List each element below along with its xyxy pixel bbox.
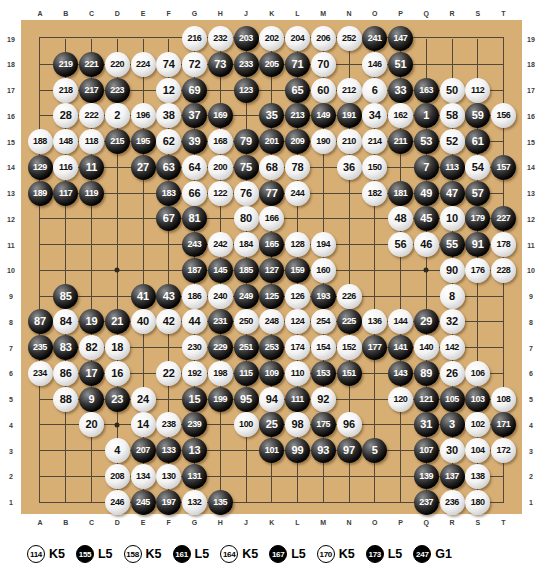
stone-black-21: 21 — [105, 309, 130, 334]
stone-white-52: 52 — [440, 129, 465, 154]
row-label-right: 6 — [529, 370, 533, 377]
stone-white-182: 182 — [362, 181, 387, 206]
stone-move-number: 19 — [85, 316, 97, 327]
stone-move-number: 115 — [239, 369, 252, 378]
stone-move-number: 154 — [316, 343, 330, 352]
caption-stone-black-173: 173 — [366, 545, 384, 563]
caption-stone-white-170: 170 — [317, 545, 335, 563]
column-label-bottom: F — [167, 519, 171, 526]
stone-move-number: 212 — [342, 86, 356, 95]
stone-white-100: 100 — [234, 412, 259, 437]
stone-move-number: 234 — [33, 369, 47, 378]
caption-point-label: G1 — [435, 547, 452, 561]
stone-move-number: 58 — [446, 110, 458, 121]
stone-move-number: 46 — [420, 239, 432, 250]
stone-black-251: 251 — [234, 335, 259, 360]
stone-white-128: 128 — [285, 232, 310, 257]
stone-black-197: 197 — [156, 490, 181, 515]
stone-move-number: 193 — [316, 292, 330, 301]
stone-white-178: 178 — [491, 232, 516, 257]
stone-move-number: 44 — [188, 316, 200, 327]
row-label-right: 14 — [527, 164, 535, 171]
column-label-top: H — [218, 10, 223, 17]
stone-move-number: 34 — [369, 110, 381, 121]
stone-black-11: 11 — [79, 155, 104, 180]
stone-white-194: 194 — [311, 232, 336, 257]
row-label-right: 1 — [529, 499, 533, 506]
stone-move-number: 99 — [291, 445, 303, 456]
stone-move-number: 187 — [188, 266, 202, 275]
stone-move-number: 3 — [449, 419, 455, 430]
stone-black-45: 45 — [414, 206, 439, 231]
stone-white-208: 208 — [105, 464, 130, 489]
stone-move-number: 206 — [316, 34, 330, 43]
stone-move-number: 27 — [137, 162, 149, 173]
stone-white-254: 254 — [311, 309, 336, 334]
column-label-bottom: M — [320, 519, 326, 526]
stone-move-number: 246 — [110, 498, 124, 507]
column-label-top: T — [501, 10, 505, 17]
stone-move-number: 125 — [265, 292, 279, 301]
stone-white-76: 76 — [234, 181, 259, 206]
row-label-left: 1 — [9, 499, 13, 506]
stone-black-219: 219 — [53, 52, 78, 77]
stone-move-number: 94 — [266, 394, 278, 405]
stone-move-number: 122 — [213, 189, 227, 198]
stone-white-180: 180 — [465, 490, 490, 515]
stone-move-number: 68 — [266, 162, 278, 173]
stone-move-number: 199 — [213, 395, 227, 404]
stone-move-number: 253 — [265, 343, 279, 352]
caption-point-label: K5 — [146, 547, 162, 561]
row-label-left: 11 — [7, 241, 14, 248]
stone-white-188: 188 — [28, 129, 53, 154]
stone-move-number: 20 — [85, 419, 97, 430]
stone-move-number: 242 — [213, 240, 227, 249]
stone-move-number: 215 — [110, 137, 124, 146]
stone-black-65: 65 — [285, 78, 310, 103]
stone-white-96: 96 — [337, 412, 362, 437]
stone-move-number: 141 — [394, 343, 408, 352]
stone-move-number: 121 — [419, 395, 433, 404]
column-label-bottom: C — [89, 519, 94, 526]
stone-white-184: 184 — [234, 232, 259, 257]
stone-move-number: 201 — [265, 137, 279, 146]
row-label-left: 8 — [9, 318, 13, 325]
stone-white-140: 140 — [414, 335, 439, 360]
column-label-bottom: L — [295, 519, 299, 526]
stone-black-69: 69 — [182, 78, 207, 103]
stone-black-9: 9 — [79, 387, 104, 412]
stone-move-number: 241 — [368, 34, 382, 43]
stone-white-36: 36 — [337, 155, 362, 180]
stone-move-number: 13 — [188, 445, 200, 456]
column-label-top: K — [269, 10, 274, 17]
ko-caption-entry: 155L5 — [76, 545, 113, 563]
stone-move-number: 216 — [188, 34, 202, 43]
stone-white-70: 70 — [311, 52, 336, 77]
stone-move-number: 239 — [188, 420, 202, 429]
stone-black-183: 183 — [156, 181, 181, 206]
stone-black-85: 85 — [53, 284, 78, 309]
stone-move-number: 159 — [291, 266, 305, 275]
row-label-right: 8 — [529, 318, 533, 325]
stone-move-number: 52 — [446, 136, 458, 147]
stone-white-146: 146 — [362, 52, 387, 77]
stone-black-147: 147 — [388, 26, 413, 51]
stone-move-number: 235 — [33, 343, 47, 352]
stone-move-number: 174 — [291, 343, 305, 352]
stone-move-number: 101 — [265, 446, 279, 455]
stone-move-number: 25 — [266, 419, 278, 430]
stone-white-74: 74 — [156, 52, 181, 77]
stone-white-198: 198 — [208, 361, 233, 386]
stone-move-number: 111 — [291, 395, 304, 404]
stone-white-6: 6 — [362, 78, 387, 103]
stone-white-240: 240 — [208, 284, 233, 309]
stone-white-12: 12 — [156, 78, 181, 103]
stone-white-24: 24 — [131, 387, 156, 412]
stone-move-number: 236 — [445, 498, 459, 507]
stone-white-172: 172 — [491, 438, 516, 463]
stone-white-168: 168 — [208, 129, 233, 154]
stone-white-108: 108 — [491, 387, 516, 412]
row-label-right: 9 — [529, 293, 533, 300]
stone-white-142: 142 — [440, 335, 465, 360]
stone-black-187: 187 — [182, 258, 207, 283]
stone-black-149: 149 — [311, 103, 336, 128]
stone-black-47: 47 — [440, 181, 465, 206]
stone-move-number: 210 — [342, 137, 356, 146]
stone-black-203: 203 — [234, 26, 259, 51]
column-label-bottom: K — [269, 519, 274, 526]
stone-move-number: 96 — [343, 419, 355, 430]
stone-black-153: 153 — [311, 361, 336, 386]
stone-white-64: 64 — [182, 155, 207, 180]
stone-white-232: 232 — [208, 26, 233, 51]
ko-caption-entry: 173L5 — [366, 545, 403, 563]
stone-move-number: 83 — [60, 342, 72, 353]
column-label-top: P — [398, 10, 403, 17]
stone-black-49: 49 — [414, 181, 439, 206]
stone-move-number: 185 — [239, 266, 253, 275]
stone-move-number: 245 — [136, 498, 150, 507]
stone-black-223: 223 — [105, 78, 130, 103]
column-label-bottom: Q — [424, 519, 429, 526]
stone-black-135: 135 — [208, 490, 233, 515]
stone-move-number: 105 — [445, 395, 459, 404]
stone-move-number: 60 — [317, 85, 329, 96]
stone-black-57: 57 — [465, 181, 490, 206]
column-label-top: R — [449, 10, 454, 17]
stone-white-58: 58 — [440, 103, 465, 128]
row-label-left: 5 — [9, 396, 13, 403]
stone-move-number: 237 — [419, 498, 433, 507]
stone-move-number: 30 — [446, 445, 458, 456]
stone-move-number: 226 — [342, 292, 356, 301]
stone-move-number: 194 — [316, 240, 330, 249]
stone-move-number: 163 — [419, 86, 433, 95]
stone-move-number: 63 — [163, 162, 175, 173]
caption-stone-black-167: 167 — [269, 545, 287, 563]
stone-white-132: 132 — [182, 490, 207, 515]
stone-move-number: 131 — [188, 472, 202, 481]
stone-white-90: 90 — [440, 258, 465, 283]
stone-white-176: 176 — [465, 258, 490, 283]
stone-move-number: 29 — [420, 316, 432, 327]
row-label-left: 15 — [7, 138, 15, 145]
stone-white-126: 126 — [285, 284, 310, 309]
stone-move-number: 251 — [239, 343, 253, 352]
stone-move-number: 2 — [114, 110, 120, 121]
stone-move-number: 116 — [59, 163, 72, 172]
stone-move-number: 85 — [60, 291, 72, 302]
ko-caption-entry: 247G1 — [413, 545, 452, 563]
stone-white-152: 152 — [337, 335, 362, 360]
stone-black-211: 211 — [388, 129, 413, 154]
stone-move-number: 177 — [368, 343, 382, 352]
ko-moves-caption: 114K5155L5158K5161L5164K5167L5170K5173L5… — [27, 545, 452, 563]
stone-move-number: 126 — [291, 292, 305, 301]
stone-move-number: 56 — [394, 239, 406, 250]
stone-white-56: 56 — [388, 232, 413, 257]
stone-white-160: 160 — [311, 258, 336, 283]
stone-white-242: 242 — [208, 232, 233, 257]
row-label-right: 11 — [527, 241, 534, 248]
stone-move-number: 139 — [419, 472, 433, 481]
stone-white-32: 32 — [440, 309, 465, 334]
stone-black-15: 15 — [182, 387, 207, 412]
stone-black-189: 189 — [28, 181, 53, 206]
stone-white-218: 218 — [53, 78, 78, 103]
stone-white-244: 244 — [285, 181, 310, 206]
stone-move-number: 102 — [471, 420, 485, 429]
stone-white-138: 138 — [465, 464, 490, 489]
stone-black-185: 185 — [234, 258, 259, 283]
stone-white-110: 110 — [285, 361, 310, 386]
stone-black-217: 217 — [79, 78, 104, 103]
stone-move-number: 198 — [213, 369, 227, 378]
stone-move-number: 88 — [60, 394, 72, 405]
stone-black-77: 77 — [259, 181, 284, 206]
stone-move-number: 109 — [265, 369, 279, 378]
stone-move-number: 57 — [472, 188, 484, 199]
stone-move-number: 100 — [239, 420, 253, 429]
stone-black-237: 237 — [414, 490, 439, 515]
stone-move-number: 219 — [59, 60, 73, 69]
stone-white-210: 210 — [337, 129, 362, 154]
stone-move-number: 166 — [265, 214, 279, 223]
stone-move-number: 17 — [85, 368, 97, 379]
ko-caption-entry: 170K5 — [317, 545, 355, 563]
stone-white-186: 186 — [182, 284, 207, 309]
stone-white-118: 118 — [79, 129, 104, 154]
row-label-right: 13 — [527, 190, 535, 197]
stone-move-number: 148 — [59, 137, 73, 146]
stone-move-number: 14 — [137, 419, 149, 430]
stone-move-number: 70 — [317, 59, 329, 70]
caption-stone-black-155: 155 — [76, 545, 94, 563]
stone-move-number: 192 — [188, 369, 202, 378]
stone-move-number: 243 — [188, 240, 202, 249]
stone-move-number: 22 — [163, 368, 175, 379]
stone-move-number: 153 — [316, 369, 330, 378]
stone-move-number: 228 — [497, 266, 511, 275]
stone-move-number: 200 — [213, 163, 227, 172]
stone-move-number: 151 — [342, 369, 356, 378]
stone-move-number: 37 — [188, 110, 200, 121]
stone-move-number: 54 — [472, 162, 484, 173]
ko-caption-entry: 161L5 — [173, 545, 210, 563]
caption-stone-black-161: 161 — [173, 545, 191, 563]
stone-black-137: 137 — [440, 464, 465, 489]
stone-move-number: 47 — [446, 188, 458, 199]
stone-move-number: 15 — [188, 394, 200, 405]
star-point — [115, 268, 120, 273]
row-label-left: 18 — [7, 61, 15, 68]
stone-move-number: 150 — [368, 163, 382, 172]
stone-white-78: 78 — [285, 155, 310, 180]
row-label-left: 7 — [9, 344, 13, 351]
stone-move-number: 49 — [420, 188, 432, 199]
column-label-top: A — [37, 10, 42, 17]
stone-move-number: 64 — [188, 162, 200, 173]
stone-move-number: 66 — [188, 188, 200, 199]
stone-move-number: 62 — [163, 136, 175, 147]
stone-move-number: 104 — [471, 446, 485, 455]
stone-move-number: 178 — [497, 240, 511, 249]
column-label-top: D — [115, 10, 120, 17]
stone-black-181: 181 — [388, 181, 413, 206]
stone-move-number: 110 — [291, 369, 304, 378]
stone-black-111: 111 — [285, 387, 310, 412]
stone-black-157: 157 — [491, 155, 516, 180]
stone-move-number: 106 — [471, 369, 485, 378]
column-label-top: Q — [424, 10, 429, 17]
stone-move-number: 43 — [163, 291, 175, 302]
stone-black-1: 1 — [414, 103, 439, 128]
stone-move-number: 156 — [497, 111, 511, 120]
stone-move-number: 31 — [420, 419, 432, 430]
column-label-top: F — [167, 10, 171, 17]
stone-white-134: 134 — [131, 464, 156, 489]
stone-black-3: 3 — [440, 412, 465, 437]
stone-black-115: 115 — [234, 361, 259, 386]
stone-white-246: 246 — [105, 490, 130, 515]
stone-black-117: 117 — [53, 181, 78, 206]
stone-move-number: 73 — [214, 59, 226, 70]
row-label-right: 17 — [527, 87, 535, 94]
stone-black-121: 121 — [414, 387, 439, 412]
stone-black-79: 79 — [234, 129, 259, 154]
stone-black-249: 249 — [234, 284, 259, 309]
stone-move-number: 35 — [266, 110, 278, 121]
column-label-bottom: H — [218, 519, 223, 526]
column-label-top: E — [141, 10, 146, 17]
stone-move-number: 182 — [368, 189, 382, 198]
stone-white-82: 82 — [79, 335, 104, 360]
row-label-left: 3 — [9, 447, 13, 454]
stone-move-number: 184 — [239, 240, 253, 249]
stone-move-number: 196 — [136, 111, 150, 120]
stone-move-number: 175 — [316, 420, 330, 429]
row-label-left: 4 — [9, 421, 13, 428]
stone-black-151: 151 — [337, 361, 362, 386]
stone-move-number: 165 — [265, 240, 279, 249]
stone-move-number: 39 — [188, 136, 200, 147]
row-label-left: 19 — [7, 35, 15, 42]
stone-move-number: 176 — [471, 266, 485, 275]
stone-black-139: 139 — [414, 464, 439, 489]
stone-move-number: 93 — [317, 445, 329, 456]
stone-move-number: 222 — [85, 111, 99, 120]
stone-move-number: 172 — [497, 446, 511, 455]
stone-move-number: 207 — [136, 446, 150, 455]
stone-move-number: 108 — [497, 395, 511, 404]
stone-white-4: 4 — [105, 438, 130, 463]
stone-move-number: 92 — [317, 394, 329, 405]
row-label-left: 9 — [9, 293, 13, 300]
stone-move-number: 89 — [420, 368, 432, 379]
ko-caption-entry: 114K5 — [27, 545, 65, 563]
stone-white-92: 92 — [311, 387, 336, 412]
stone-white-18: 18 — [105, 335, 130, 360]
column-label-top: B — [63, 10, 68, 17]
stone-move-number: 33 — [394, 85, 406, 96]
stone-black-225: 225 — [337, 309, 362, 334]
stone-black-95: 95 — [234, 387, 259, 412]
stone-move-number: 224 — [136, 60, 150, 69]
stone-move-number: 217 — [85, 86, 99, 95]
stone-move-number: 211 — [394, 137, 407, 146]
stone-move-number: 197 — [162, 498, 176, 507]
stone-white-60: 60 — [311, 78, 336, 103]
stone-move-number: 36 — [343, 162, 355, 173]
stone-white-72: 72 — [182, 52, 207, 77]
stone-black-39: 39 — [182, 129, 207, 154]
caption-point-label: K5 — [49, 547, 65, 561]
caption-point-label: L5 — [98, 547, 113, 561]
stone-move-number: 75 — [240, 162, 252, 173]
row-label-right: 3 — [529, 447, 533, 454]
stone-white-16: 16 — [105, 361, 130, 386]
stone-move-number: 78 — [291, 162, 303, 173]
row-label-right: 5 — [529, 396, 533, 403]
column-label-top: M — [320, 10, 326, 17]
stone-white-196: 196 — [131, 103, 156, 128]
stone-black-103: 103 — [465, 387, 490, 412]
stone-move-number: 55 — [446, 239, 458, 250]
column-label-bottom: J — [244, 519, 248, 526]
stone-move-number: 233 — [239, 60, 253, 69]
stone-black-129: 129 — [28, 155, 53, 180]
column-label-top: G — [192, 10, 197, 17]
stone-move-number: 127 — [265, 266, 279, 275]
stone-move-number: 181 — [394, 189, 408, 198]
stone-move-number: 252 — [342, 34, 356, 43]
caption-stone-white-164: 164 — [220, 545, 238, 563]
stone-black-119: 119 — [79, 181, 104, 206]
stone-black-245: 245 — [131, 490, 156, 515]
stone-move-number: 149 — [316, 111, 330, 120]
stone-black-27: 27 — [131, 155, 156, 180]
stone-move-number: 84 — [60, 316, 72, 327]
stone-move-number: 135 — [213, 498, 227, 507]
stone-move-number: 90 — [446, 265, 458, 276]
row-label-right: 7 — [529, 344, 533, 351]
stone-black-143: 143 — [388, 361, 413, 386]
stone-black-7: 7 — [414, 155, 439, 180]
